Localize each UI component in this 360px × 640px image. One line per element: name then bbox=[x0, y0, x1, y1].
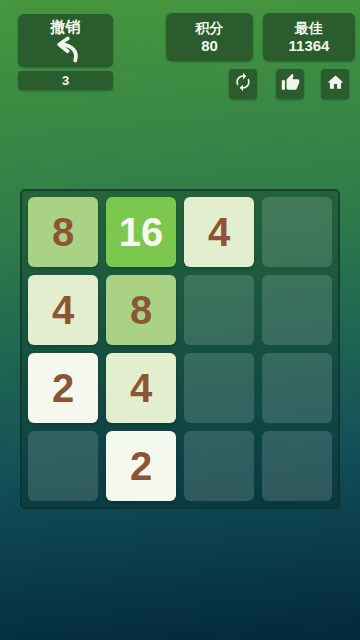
tile-16: 16 bbox=[106, 197, 176, 267]
empty-cell bbox=[28, 431, 98, 501]
score-value: 80 bbox=[201, 37, 218, 55]
empty-cell bbox=[184, 431, 254, 501]
undo-count-value: 3 bbox=[62, 73, 69, 88]
undo-count-badge: 3 bbox=[18, 71, 113, 90]
best-label: 最佳 bbox=[295, 20, 323, 37]
like-button[interactable] bbox=[276, 69, 304, 99]
board[interactable]: 816448242 bbox=[20, 189, 340, 509]
score-panel: 积分 80 bbox=[166, 13, 253, 61]
tile-2: 2 bbox=[28, 353, 98, 423]
empty-cell bbox=[184, 275, 254, 345]
tile-8: 8 bbox=[106, 275, 176, 345]
tile-4: 4 bbox=[106, 353, 176, 423]
empty-cell bbox=[262, 431, 332, 501]
tile-4: 4 bbox=[28, 275, 98, 345]
home-icon bbox=[326, 73, 345, 96]
tile-2: 2 bbox=[106, 431, 176, 501]
score-label: 积分 bbox=[196, 20, 224, 37]
thumbs-up-icon bbox=[281, 73, 300, 96]
restart-button[interactable] bbox=[229, 69, 257, 99]
empty-cell bbox=[262, 197, 332, 267]
restart-icon bbox=[233, 72, 253, 96]
best-panel: 最佳 11364 bbox=[263, 13, 355, 61]
undo-button-label: 撤销 bbox=[51, 18, 81, 35]
tile-4: 4 bbox=[184, 197, 254, 267]
empty-cell bbox=[184, 353, 254, 423]
empty-cell bbox=[262, 353, 332, 423]
empty-cell bbox=[262, 275, 332, 345]
best-value: 11364 bbox=[289, 37, 330, 55]
undo-button[interactable]: 撤销 bbox=[18, 14, 113, 67]
undo-arrow-icon bbox=[49, 36, 83, 67]
game-screen: 撤销 3 积分 80 最佳 11364 bbox=[0, 0, 360, 640]
tile-8: 8 bbox=[28, 197, 98, 267]
home-button[interactable] bbox=[321, 69, 349, 99]
